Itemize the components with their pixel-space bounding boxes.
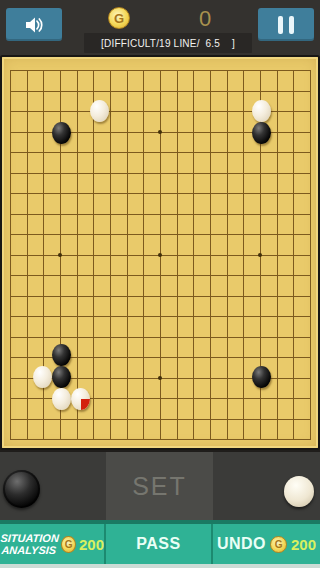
user-black-stone-icon xyxy=(3,470,40,508)
undo-coin-icon: G xyxy=(270,536,287,553)
go-board[interactable] xyxy=(2,57,318,448)
set-button-label: SET xyxy=(132,472,187,501)
white-stone-D3 xyxy=(52,388,71,410)
top-bar: G 0 [DIFFICULT/19 LINE/ 6.5 ] xyxy=(0,0,320,57)
computer-white-stone-icon xyxy=(284,476,314,507)
bottom-strip xyxy=(0,564,320,568)
gold-coin-icon: G xyxy=(108,7,130,29)
undo-button-label: UNDO xyxy=(217,535,266,553)
situation-analysis-button[interactable]: SITUATION ANALYSIS G 200 xyxy=(0,524,104,564)
stones-grid xyxy=(2,60,319,450)
gold-count: 0 xyxy=(185,6,225,32)
white-stone-E3 xyxy=(71,388,90,410)
player-panel: SET USER 000 COMPUTER 000 xyxy=(0,452,320,520)
black-stone-D16 xyxy=(52,122,71,144)
analysis-label-line2: ANALYSIS xyxy=(0,544,58,556)
black-stone-D4 xyxy=(52,366,71,388)
set-button[interactable]: SET xyxy=(106,452,213,520)
game-info-strip: [DIFFICULT/19 LINE/ 6.5 ] xyxy=(84,33,252,53)
pass-button-label: PASS xyxy=(136,535,180,553)
white-stone-Q17 xyxy=(252,100,271,122)
white-stone-F17 xyxy=(90,100,109,122)
last-move-marker xyxy=(71,388,90,410)
analysis-cost: 200 xyxy=(79,536,104,553)
analysis-coin-icon: G xyxy=(61,536,76,553)
sound-button[interactable] xyxy=(6,8,62,41)
analysis-label-line1: SITUATION xyxy=(0,532,59,544)
speaker-icon xyxy=(22,13,46,37)
pass-button[interactable]: PASS xyxy=(106,524,211,564)
white-stone-C4 xyxy=(33,366,52,388)
undo-button[interactable]: UNDO G 200 xyxy=(213,524,320,564)
undo-cost: 200 xyxy=(291,536,316,553)
action-bar: SITUATION ANALYSIS G 200 PASS UNDO G 200 xyxy=(0,520,320,564)
go-app: G 0 [DIFFICULT/19 LINE/ 6.5 ] SET USER 0… xyxy=(0,0,320,568)
black-stone-Q4 xyxy=(252,366,271,388)
pause-icon xyxy=(278,16,294,34)
black-stone-Q16 xyxy=(252,122,271,144)
black-stone-D5 xyxy=(52,344,71,366)
pause-button[interactable] xyxy=(258,8,314,41)
